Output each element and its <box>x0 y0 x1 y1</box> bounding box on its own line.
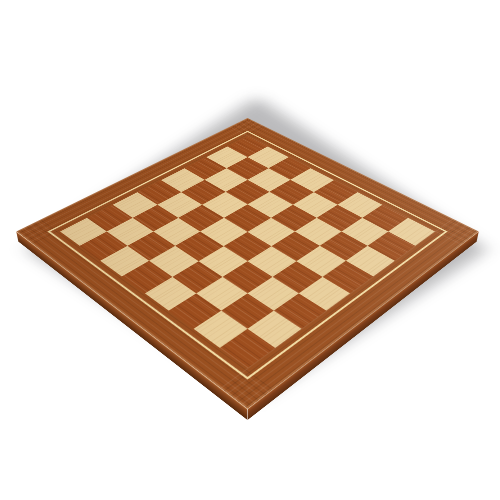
frame-strip-bottom <box>16 219 275 409</box>
square[interactable] <box>198 246 247 277</box>
square[interactable] <box>176 232 224 261</box>
square[interactable] <box>193 310 247 347</box>
product-photo <box>0 0 500 500</box>
chess-board <box>16 118 478 409</box>
square[interactable] <box>222 261 272 293</box>
square[interactable] <box>274 293 327 329</box>
board-frame <box>16 118 478 409</box>
square[interactable] <box>273 261 323 293</box>
frame-strip-right <box>220 219 479 409</box>
square[interactable] <box>297 246 346 277</box>
square[interactable] <box>100 246 149 277</box>
square[interactable] <box>221 293 274 329</box>
square[interactable] <box>319 232 367 261</box>
square[interactable] <box>346 246 395 277</box>
square[interactable] <box>367 232 415 261</box>
square[interactable] <box>248 310 302 347</box>
square[interactable] <box>224 232 272 261</box>
square[interactable] <box>323 261 373 293</box>
square[interactable] <box>271 232 319 261</box>
square[interactable] <box>122 261 172 293</box>
square[interactable] <box>248 277 299 311</box>
square[interactable] <box>248 246 297 277</box>
square[interactable] <box>149 246 198 277</box>
square[interactable] <box>299 277 350 311</box>
square[interactable] <box>220 329 275 368</box>
square[interactable] <box>145 277 196 311</box>
square[interactable] <box>172 261 222 293</box>
square[interactable] <box>168 293 221 329</box>
playing-area <box>60 136 435 368</box>
square[interactable] <box>80 232 128 261</box>
square[interactable] <box>128 232 176 261</box>
square[interactable] <box>196 277 247 311</box>
